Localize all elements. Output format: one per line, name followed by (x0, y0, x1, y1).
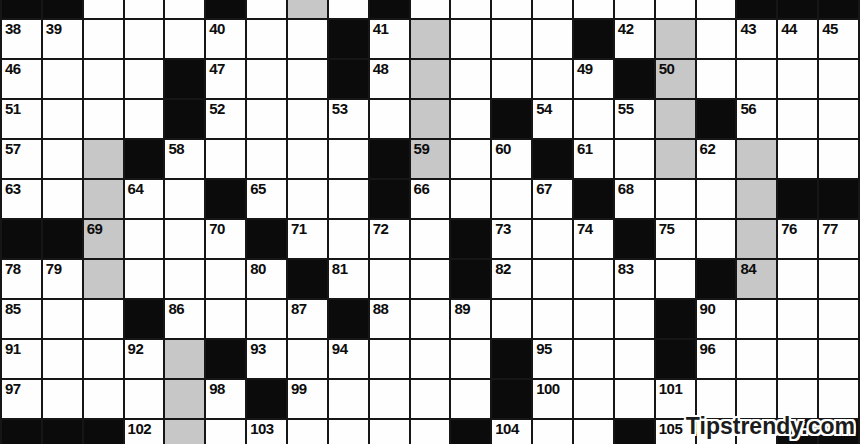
cell[interactable] (84, 20, 123, 58)
cell[interactable] (165, 20, 204, 58)
cell[interactable] (370, 340, 409, 378)
cell[interactable]: 79 (43, 260, 82, 298)
cell[interactable] (656, 180, 695, 218)
clue-number: 71 (291, 220, 307, 238)
cell[interactable]: 62 (697, 140, 736, 178)
cell[interactable] (247, 0, 286, 18)
clue-number: 65 (250, 180, 266, 198)
shaded-cell[interactable] (411, 60, 450, 98)
black-cell (43, 220, 82, 258)
cell[interactable] (574, 100, 613, 138)
cell[interactable] (125, 380, 164, 418)
cell[interactable] (84, 0, 123, 18)
clue-number: 56 (740, 100, 756, 118)
cell[interactable]: 102 (125, 420, 164, 444)
cell[interactable] (125, 60, 164, 98)
cell[interactable] (288, 140, 327, 178)
clue-number: 53 (332, 100, 348, 118)
cell[interactable]: 92 (125, 340, 164, 378)
black-cell (370, 180, 409, 218)
watermark-text: Tipstrendy.com (686, 413, 855, 440)
cell[interactable]: 51 (2, 100, 41, 138)
cell[interactable]: 96 (697, 340, 736, 378)
cell[interactable] (737, 340, 776, 378)
cell[interactable] (778, 140, 817, 178)
black-cell (43, 0, 82, 18)
cell[interactable] (819, 60, 858, 98)
clue-number: 94 (332, 340, 348, 358)
cell[interactable] (574, 380, 613, 418)
cell[interactable]: 73 (492, 220, 531, 258)
cell[interactable] (615, 300, 654, 338)
cell[interactable] (451, 100, 490, 138)
cell[interactable] (737, 60, 776, 98)
clue-number: 89 (454, 300, 470, 318)
black-cell (165, 100, 204, 138)
cell[interactable] (43, 140, 82, 178)
cell[interactable] (370, 100, 409, 138)
cell[interactable] (247, 140, 286, 178)
cell[interactable] (778, 340, 817, 378)
cell[interactable]: 68 (615, 180, 654, 218)
cell[interactable]: 46 (2, 60, 41, 98)
clue-number: 43 (740, 20, 756, 38)
black-cell (697, 100, 736, 138)
cell[interactable] (370, 260, 409, 298)
black-cell (819, 180, 858, 218)
clue-number: 60 (495, 140, 511, 158)
shaded-cell[interactable] (288, 0, 327, 18)
cell[interactable] (411, 420, 450, 444)
cell[interactable] (125, 220, 164, 258)
black-cell (492, 380, 531, 418)
cell[interactable] (288, 420, 327, 444)
cell[interactable] (411, 340, 450, 378)
clue-number: 99 (291, 380, 307, 398)
cell[interactable] (411, 220, 450, 258)
cell[interactable] (43, 100, 82, 138)
cell[interactable]: 52 (206, 100, 245, 138)
clue-number: 76 (781, 220, 797, 238)
cell[interactable] (247, 300, 286, 338)
black-cell (533, 140, 572, 178)
cell[interactable]: 87 (288, 300, 327, 338)
cell[interactable] (329, 220, 368, 258)
cell[interactable] (84, 300, 123, 338)
black-cell (737, 0, 776, 18)
shaded-cell[interactable]: 50 (656, 60, 695, 98)
cell[interactable]: 85 (2, 300, 41, 338)
cell[interactable] (492, 0, 531, 18)
cell[interactable]: 67 (533, 180, 572, 218)
cell[interactable] (533, 420, 572, 444)
clue-number: 93 (250, 340, 266, 358)
cell[interactable]: 49 (574, 60, 613, 98)
cell[interactable]: 78 (2, 260, 41, 298)
cell[interactable]: 77 (819, 220, 858, 258)
cell[interactable] (819, 100, 858, 138)
clue-number: 75 (659, 220, 675, 238)
cell[interactable] (492, 300, 531, 338)
cell[interactable] (125, 20, 164, 58)
shaded-cell[interactable] (165, 380, 204, 418)
cell[interactable]: 64 (125, 180, 164, 218)
cell[interactable] (697, 20, 736, 58)
clue-number: 66 (414, 180, 430, 198)
cell[interactable]: 81 (329, 260, 368, 298)
cell[interactable]: 82 (492, 260, 531, 298)
cell[interactable] (492, 20, 531, 58)
black-cell (43, 420, 82, 444)
cell[interactable]: 83 (615, 260, 654, 298)
black-cell (165, 60, 204, 98)
cell[interactable] (697, 220, 736, 258)
cell[interactable]: 47 (206, 60, 245, 98)
cell[interactable] (574, 420, 613, 444)
cell[interactable] (615, 380, 654, 418)
cell[interactable] (492, 180, 531, 218)
cell[interactable] (329, 140, 368, 178)
shaded-cell[interactable]: 84 (737, 260, 776, 298)
cell[interactable] (206, 420, 245, 444)
cell[interactable] (492, 60, 531, 98)
cell[interactable]: 60 (492, 140, 531, 178)
clue-number: 47 (209, 60, 225, 78)
cell[interactable] (411, 0, 450, 18)
cell[interactable] (451, 180, 490, 218)
cell[interactable] (206, 260, 245, 298)
clue-number: 84 (740, 260, 756, 278)
cell[interactable] (451, 340, 490, 378)
clue-number: 39 (46, 20, 62, 38)
cell[interactable]: 71 (288, 220, 327, 258)
cell[interactable] (84, 340, 123, 378)
shaded-cell[interactable] (656, 140, 695, 178)
cell[interactable] (43, 300, 82, 338)
cell[interactable] (615, 140, 654, 178)
clue-number: 46 (5, 60, 21, 78)
cell[interactable]: 53 (329, 100, 368, 138)
clue-number: 78 (5, 260, 21, 278)
black-cell (574, 180, 613, 218)
black-cell (329, 20, 368, 58)
clue-number: 96 (700, 340, 716, 358)
cell[interactable]: 104 (492, 420, 531, 444)
cell[interactable] (574, 300, 613, 338)
cell[interactable]: 80 (247, 260, 286, 298)
clue-number: 74 (577, 220, 593, 238)
cell[interactable] (819, 140, 858, 178)
cell[interactable] (329, 180, 368, 218)
cell[interactable]: 56 (737, 100, 776, 138)
cell[interactable]: 55 (615, 100, 654, 138)
clue-number: 85 (5, 300, 21, 318)
black-cell (329, 60, 368, 98)
clue-number: 59 (414, 140, 430, 158)
clue-number: 87 (291, 300, 307, 318)
black-cell (125, 300, 164, 338)
black-cell (2, 220, 41, 258)
shaded-cell[interactable] (84, 140, 123, 178)
black-cell (370, 0, 409, 18)
cell[interactable] (247, 100, 286, 138)
clue-number: 40 (209, 20, 225, 38)
shaded-cell[interactable] (165, 340, 204, 378)
clue-number: 68 (618, 180, 634, 198)
cell[interactable] (329, 380, 368, 418)
cell[interactable] (819, 260, 858, 298)
cell[interactable] (43, 340, 82, 378)
cell[interactable] (165, 0, 204, 18)
clue-number: 69 (87, 220, 103, 238)
cell[interactable] (247, 60, 286, 98)
shaded-cell[interactable] (411, 100, 450, 138)
cell[interactable]: 94 (329, 340, 368, 378)
clue-number: 97 (5, 380, 21, 398)
cell[interactable]: 58 (165, 140, 204, 178)
cell[interactable]: 63 (2, 180, 41, 218)
cell[interactable]: 70 (206, 220, 245, 258)
cell[interactable]: 98 (206, 380, 245, 418)
cell[interactable]: 90 (697, 300, 736, 338)
cell[interactable] (697, 0, 736, 18)
cell[interactable] (656, 0, 695, 18)
cell[interactable]: 42 (615, 20, 654, 58)
cell[interactable] (125, 0, 164, 18)
cell[interactable] (370, 380, 409, 418)
clue-number: 48 (373, 60, 389, 78)
shaded-cell[interactable] (411, 20, 450, 58)
cell[interactable] (615, 0, 654, 18)
cell[interactable] (778, 260, 817, 298)
cell[interactable] (778, 60, 817, 98)
cell[interactable]: 93 (247, 340, 286, 378)
black-cell (370, 140, 409, 178)
cell[interactable] (165, 260, 204, 298)
cell[interactable] (533, 260, 572, 298)
cell[interactable] (84, 380, 123, 418)
shaded-cell[interactable] (84, 180, 123, 218)
clue-number: 45 (822, 20, 838, 38)
clue-number: 38 (5, 20, 21, 38)
clue-number: 61 (577, 140, 593, 158)
cell[interactable]: 45 (819, 20, 858, 58)
cell[interactable] (165, 180, 204, 218)
cell[interactable] (656, 260, 695, 298)
cell[interactable] (125, 100, 164, 138)
cell[interactable] (206, 300, 245, 338)
shaded-cell[interactable] (737, 220, 776, 258)
black-cell (778, 0, 817, 18)
clue-number: 55 (618, 100, 634, 118)
cell[interactable] (819, 340, 858, 378)
cell[interactable] (615, 340, 654, 378)
cell[interactable] (125, 260, 164, 298)
cell[interactable] (370, 420, 409, 444)
black-cell (492, 340, 531, 378)
cell[interactable] (411, 380, 450, 418)
black-cell (329, 300, 368, 338)
black-cell (451, 220, 490, 258)
cell[interactable]: 72 (370, 220, 409, 258)
cell[interactable] (574, 340, 613, 378)
cell[interactable]: 75 (656, 220, 695, 258)
cell[interactable] (778, 300, 817, 338)
cell[interactable] (43, 60, 82, 98)
shaded-cell[interactable] (656, 20, 695, 58)
black-cell (288, 260, 327, 298)
black-cell (247, 380, 286, 418)
cell[interactable] (819, 300, 858, 338)
clue-number: 51 (5, 100, 21, 118)
clue-number: 102 (128, 420, 152, 438)
cell[interactable] (778, 100, 817, 138)
shaded-cell[interactable] (165, 420, 204, 444)
cell[interactable]: 41 (370, 20, 409, 58)
cell[interactable]: 40 (206, 20, 245, 58)
black-cell (819, 0, 858, 18)
cell[interactable]: 97 (2, 380, 41, 418)
cell[interactable] (165, 220, 204, 258)
cell[interactable]: 91 (2, 340, 41, 378)
cell[interactable] (411, 260, 450, 298)
clue-number: 44 (781, 20, 797, 38)
cell[interactable] (206, 140, 245, 178)
cell[interactable]: 48 (370, 60, 409, 98)
cell[interactable] (329, 420, 368, 444)
cell[interactable] (411, 300, 450, 338)
clue-number: 42 (618, 20, 634, 38)
clue-number: 98 (209, 380, 225, 398)
cell[interactable]: 38 (2, 20, 41, 58)
cell[interactable] (288, 60, 327, 98)
clue-number: 70 (209, 220, 225, 238)
clue-number: 58 (168, 140, 184, 158)
clue-number: 104 (495, 420, 519, 438)
cell[interactable] (329, 0, 368, 18)
clue-number: 67 (536, 180, 552, 198)
shaded-cell[interactable] (737, 140, 776, 178)
cell[interactable] (574, 0, 613, 18)
clue-number: 95 (536, 340, 552, 358)
cell[interactable]: 74 (574, 220, 613, 258)
cell[interactable] (451, 140, 490, 178)
cell[interactable]: 76 (778, 220, 817, 258)
cell[interactable] (737, 300, 776, 338)
clue-number: 101 (659, 380, 683, 398)
clue-number: 73 (495, 220, 511, 238)
clue-number: 50 (659, 60, 675, 78)
clue-number: 91 (5, 340, 21, 358)
cell[interactable]: 54 (533, 100, 572, 138)
clue-number: 41 (373, 20, 389, 38)
clue-number: 72 (373, 220, 389, 238)
cell[interactable] (247, 20, 286, 58)
clue-number: 52 (209, 100, 225, 118)
black-cell (125, 140, 164, 178)
cell[interactable]: 89 (451, 300, 490, 338)
cell[interactable] (288, 180, 327, 218)
black-cell (206, 340, 245, 378)
cell[interactable]: 100 (533, 380, 572, 418)
black-cell (2, 420, 41, 444)
cell[interactable]: 95 (533, 340, 572, 378)
cell[interactable]: 66 (411, 180, 450, 218)
clue-number: 64 (128, 180, 144, 198)
cell[interactable] (288, 20, 327, 58)
cell[interactable] (43, 180, 82, 218)
cell[interactable]: 86 (165, 300, 204, 338)
cell[interactable]: 57 (2, 140, 41, 178)
black-cell (451, 420, 490, 444)
cell[interactable]: 103 (247, 420, 286, 444)
cell[interactable]: 99 (288, 380, 327, 418)
cell[interactable] (451, 60, 490, 98)
cell[interactable] (288, 340, 327, 378)
cell[interactable] (697, 180, 736, 218)
cell[interactable] (533, 60, 572, 98)
cell[interactable] (451, 380, 490, 418)
clue-number: 88 (373, 300, 389, 318)
cell[interactable] (533, 20, 572, 58)
cell[interactable] (288, 100, 327, 138)
cell[interactable]: 39 (43, 20, 82, 58)
clue-number: 105 (659, 420, 683, 438)
cell[interactable]: 44 (778, 20, 817, 58)
cell[interactable]: 88 (370, 300, 409, 338)
black-cell (451, 260, 490, 298)
crossword-grid: 3839404142434445464748495051525354555657… (0, 0, 860, 444)
black-cell (2, 0, 41, 18)
cell[interactable] (84, 100, 123, 138)
clue-number: 62 (700, 140, 716, 158)
clue-number: 81 (332, 260, 348, 278)
black-cell (206, 0, 245, 18)
clue-number: 77 (822, 220, 838, 238)
cell[interactable]: 61 (574, 140, 613, 178)
clue-number: 57 (5, 140, 21, 158)
clue-number: 49 (577, 60, 593, 78)
black-cell (84, 420, 123, 444)
clue-number: 100 (536, 380, 560, 398)
clue-number: 82 (495, 260, 511, 278)
black-cell (656, 300, 695, 338)
shaded-cell[interactable] (737, 180, 776, 218)
black-cell (615, 420, 654, 444)
shaded-cell[interactable]: 69 (84, 220, 123, 258)
shaded-cell[interactable] (656, 100, 695, 138)
clue-number: 79 (46, 260, 62, 278)
black-cell (697, 260, 736, 298)
clue-number: 80 (250, 260, 266, 278)
cell[interactable] (533, 0, 572, 18)
cell[interactable] (697, 60, 736, 98)
black-cell (615, 220, 654, 258)
cell[interactable] (43, 380, 82, 418)
black-cell (656, 340, 695, 378)
cell[interactable] (533, 300, 572, 338)
clue-number: 90 (700, 300, 716, 318)
cell[interactable] (451, 20, 490, 58)
cell[interactable]: 65 (247, 180, 286, 218)
shaded-cell[interactable] (84, 260, 123, 298)
shaded-cell[interactable]: 59 (411, 140, 450, 178)
cell[interactable] (84, 60, 123, 98)
cell[interactable]: 43 (737, 20, 776, 58)
cell[interactable] (574, 260, 613, 298)
cell[interactable] (451, 0, 490, 18)
cell[interactable] (533, 220, 572, 258)
